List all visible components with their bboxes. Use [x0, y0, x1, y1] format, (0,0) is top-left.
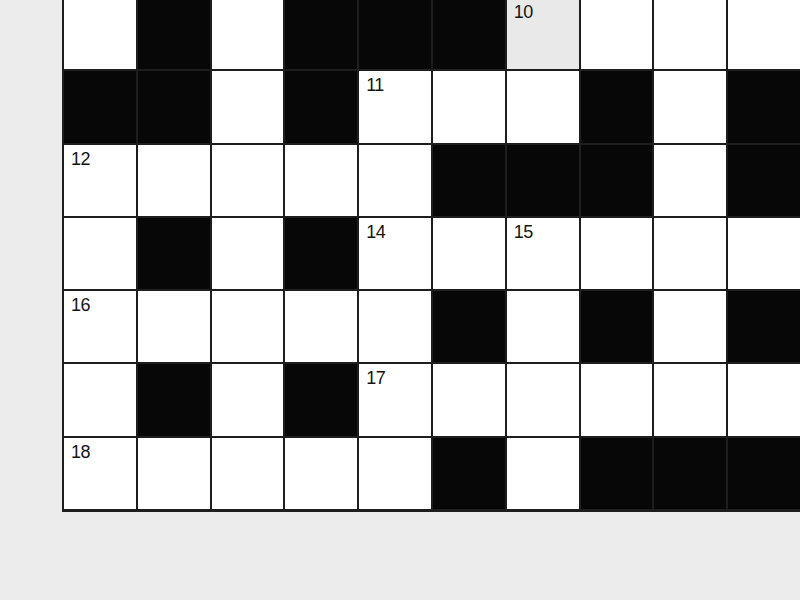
cell-r4c2 — [138, 218, 210, 289]
cell-r7c1[interactable]: 18 — [64, 438, 136, 509]
cell-r4c4 — [285, 218, 357, 289]
cell-r2c1 — [64, 71, 136, 142]
clue-number: 16 — [71, 296, 90, 314]
cell-r5c7[interactable] — [507, 291, 579, 362]
cell-r6c2 — [138, 364, 210, 435]
cell-r1c7[interactable]: 10 — [507, 0, 579, 69]
cell-r5c1[interactable]: 16 — [64, 291, 136, 362]
cell-r4c3[interactable] — [212, 218, 284, 289]
cell-r7c10 — [728, 438, 800, 509]
clue-number: 14 — [366, 223, 385, 241]
cell-r5c8 — [581, 291, 653, 362]
cell-r5c2[interactable] — [138, 291, 210, 362]
cell-r7c3[interactable] — [212, 438, 284, 509]
cell-r4c10[interactable] — [728, 218, 800, 289]
crossword-grid: 1011121415161718 — [62, 0, 800, 512]
cell-r4c6[interactable] — [433, 218, 505, 289]
cell-r5c5[interactable] — [359, 291, 431, 362]
cell-r7c6 — [433, 438, 505, 509]
cell-r2c5[interactable]: 11 — [359, 71, 431, 142]
clue-number: 18 — [71, 443, 90, 461]
cell-r1c6 — [433, 0, 505, 69]
cell-r5c6 — [433, 291, 505, 362]
cell-r7c9 — [654, 438, 726, 509]
cell-r3c2[interactable] — [138, 145, 210, 216]
cell-r1c9[interactable] — [654, 0, 726, 69]
cell-r4c5[interactable]: 14 — [359, 218, 431, 289]
cell-r3c1[interactable]: 12 — [64, 145, 136, 216]
cell-r3c6 — [433, 145, 505, 216]
cell-r6c1[interactable] — [64, 364, 136, 435]
cell-r6c6[interactable] — [433, 364, 505, 435]
puzzle-page: 1011121415161718 — [0, 0, 800, 600]
cell-r6c7[interactable] — [507, 364, 579, 435]
cell-r2c6[interactable] — [433, 71, 505, 142]
cell-r1c4 — [285, 0, 357, 69]
cell-r6c8[interactable] — [581, 364, 653, 435]
clue-number: 12 — [71, 150, 90, 168]
cell-r7c2[interactable] — [138, 438, 210, 509]
cell-r1c3[interactable] — [212, 0, 284, 69]
cell-r6c9[interactable] — [654, 364, 726, 435]
cell-r1c2 — [138, 0, 210, 69]
cell-r7c7[interactable] — [507, 438, 579, 509]
cell-r7c5[interactable] — [359, 438, 431, 509]
cell-r4c9[interactable] — [654, 218, 726, 289]
cell-r4c8[interactable] — [581, 218, 653, 289]
cell-r2c7[interactable] — [507, 71, 579, 142]
cell-r5c3[interactable] — [212, 291, 284, 362]
cell-r6c5[interactable]: 17 — [359, 364, 431, 435]
cell-r3c9[interactable] — [654, 145, 726, 216]
cell-r7c4[interactable] — [285, 438, 357, 509]
cell-r2c4 — [285, 71, 357, 142]
cell-r6c4 — [285, 364, 357, 435]
cell-r2c10 — [728, 71, 800, 142]
cell-r6c10[interactable] — [728, 364, 800, 435]
cell-r2c2 — [138, 71, 210, 142]
cell-r1c1[interactable] — [64, 0, 136, 69]
cell-r5c10 — [728, 291, 800, 362]
cell-r5c9[interactable] — [654, 291, 726, 362]
cell-r3c10 — [728, 145, 800, 216]
cell-r3c7 — [507, 145, 579, 216]
cell-r2c9[interactable] — [654, 71, 726, 142]
cell-r6c3[interactable] — [212, 364, 284, 435]
cell-r3c8 — [581, 145, 653, 216]
cell-r2c3[interactable] — [212, 71, 284, 142]
clue-number: 11 — [366, 76, 384, 94]
cell-r4c7[interactable]: 15 — [507, 218, 579, 289]
cell-r3c4[interactable] — [285, 145, 357, 216]
cell-r4c1[interactable] — [64, 218, 136, 289]
cell-r3c3[interactable] — [212, 145, 284, 216]
clue-number: 10 — [514, 3, 533, 21]
cell-r1c10[interactable] — [728, 0, 800, 69]
cell-r5c4[interactable] — [285, 291, 357, 362]
cell-r2c8 — [581, 71, 653, 142]
cell-r3c5[interactable] — [359, 145, 431, 216]
cell-r1c8[interactable] — [581, 0, 653, 69]
clue-number: 17 — [366, 369, 385, 387]
clue-number: 15 — [514, 223, 533, 241]
cell-r1c5 — [359, 0, 431, 69]
cell-r7c8 — [581, 438, 653, 509]
